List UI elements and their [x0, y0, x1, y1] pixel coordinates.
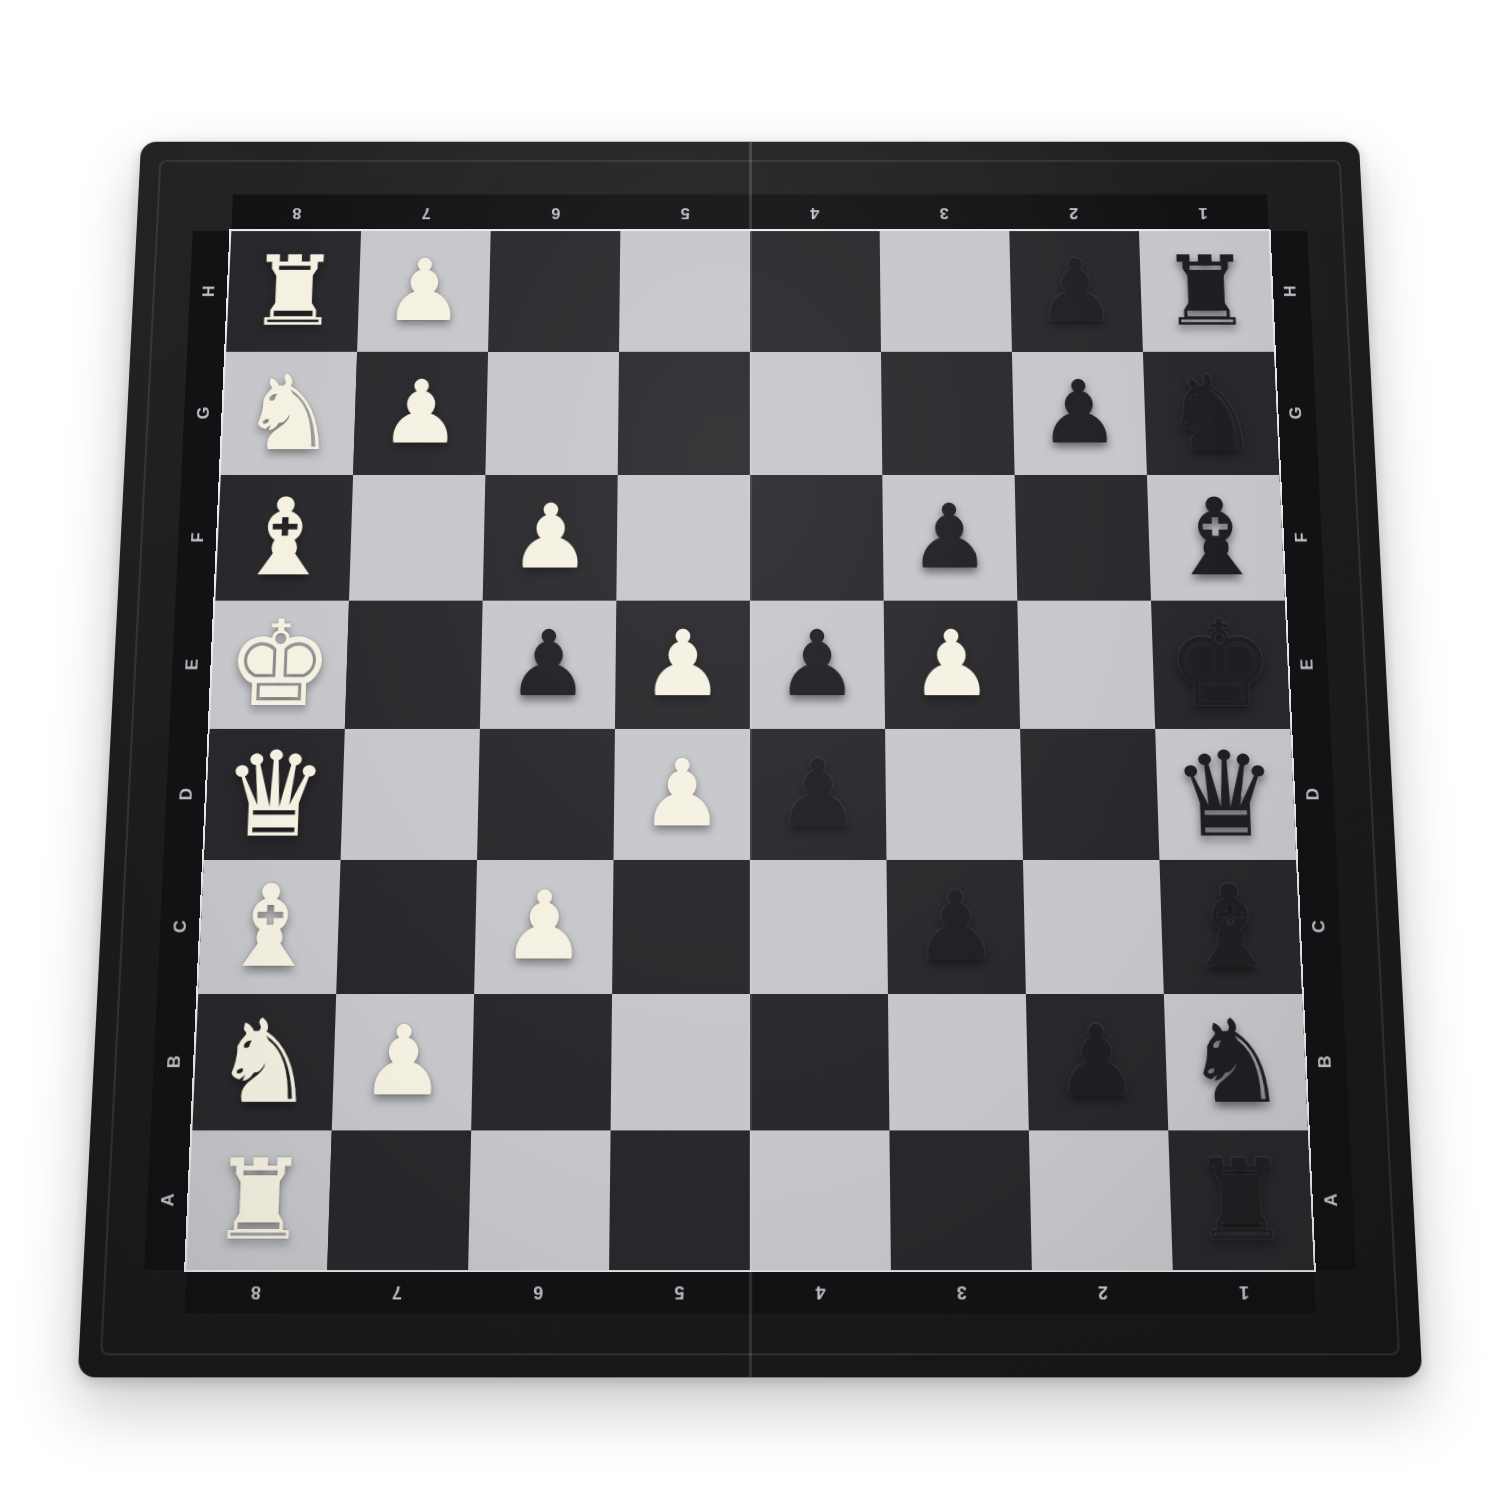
square-h7[interactable]: ♟	[357, 231, 491, 352]
square-a8[interactable]: ♜	[186, 1130, 331, 1270]
rank-labels-bottom: 87654321	[184, 1270, 1315, 1314]
square-e7[interactable]	[345, 601, 483, 729]
rank-label-top-8: 8	[231, 194, 362, 231]
piece-black-pawn-f3[interactable]: ♟	[882, 475, 1017, 601]
rank-label-top-2: 2	[1009, 194, 1139, 231]
square-a5[interactable]	[609, 1130, 750, 1270]
rank-label-bottom-4: 4	[750, 1270, 891, 1314]
square-c8[interactable]: ♝	[198, 860, 340, 994]
square-b7[interactable]: ♟	[332, 994, 474, 1131]
rank-label-top-3: 3	[879, 194, 1009, 231]
piece-white-pawn-h7[interactable]: ♟	[357, 231, 491, 352]
square-f3[interactable]: ♟	[882, 475, 1017, 601]
piece-black-bishop-c1[interactable]: ♝	[1159, 860, 1301, 994]
piece-black-king-e1[interactable]: ♚	[1151, 601, 1290, 729]
square-f4[interactable]	[750, 475, 884, 601]
piece-black-rook-h1[interactable]: ♜	[1139, 231, 1274, 352]
square-d2[interactable]	[1020, 729, 1159, 860]
rank-label-top-4: 4	[750, 194, 880, 231]
square-g5[interactable]	[618, 352, 750, 475]
square-h2[interactable]: ♟	[1009, 231, 1143, 352]
square-h6[interactable]	[488, 231, 620, 352]
piece-black-rook-a1[interactable]: ♜	[1168, 1130, 1313, 1270]
rank-label-top-5: 5	[620, 194, 750, 231]
piece-black-pawn-d4[interactable]: ♟	[750, 729, 886, 860]
product-photo-scene: 87654321 87654321 HGFEDCBA HGFEDCBA ♜♟♟♜…	[0, 0, 1500, 1500]
rank-label-top-7: 7	[361, 194, 491, 231]
square-d3[interactable]	[885, 729, 1023, 860]
square-a1[interactable]: ♜	[1168, 1130, 1313, 1270]
square-b3[interactable]	[888, 994, 1029, 1131]
piece-white-pawn-g7[interactable]: ♟	[353, 352, 488, 475]
square-c5[interactable]	[612, 860, 750, 994]
chess-board: 87654321 87654321 HGFEDCBA HGFEDCBA ♜♟♟♜…	[78, 142, 1423, 1378]
piece-black-pawn-g2[interactable]: ♟	[1012, 352, 1147, 475]
piece-white-pawn-e5[interactable]: ♟	[615, 601, 750, 729]
square-g4[interactable]	[750, 352, 882, 475]
piece-black-pawn-e6[interactable]: ♟	[480, 601, 616, 729]
square-h1[interactable]: ♜	[1139, 231, 1274, 352]
board-perspective-wrapper: 87654321 87654321 HGFEDCBA HGFEDCBA ♜♟♟♜…	[78, 142, 1423, 1378]
square-b8[interactable]: ♞	[192, 994, 336, 1131]
rank-label-bottom-5: 5	[609, 1270, 750, 1314]
square-f2[interactable]	[1015, 475, 1151, 601]
square-f7[interactable]	[349, 475, 485, 601]
square-e1[interactable]: ♚	[1151, 601, 1290, 729]
piece-white-rook-h8[interactable]: ♜	[226, 231, 361, 352]
piece-white-pawn-e3[interactable]: ♟	[884, 601, 1020, 729]
piece-white-bishop-f8[interactable]: ♝	[215, 475, 353, 601]
piece-black-bishop-f1[interactable]: ♝	[1147, 475, 1285, 601]
rank-label-bottom-1: 1	[1173, 1270, 1316, 1314]
rank-labels-top: 87654321	[231, 194, 1268, 231]
square-c1[interactable]: ♝	[1159, 860, 1301, 994]
square-g6[interactable]	[485, 352, 619, 475]
square-a7[interactable]	[327, 1130, 471, 1270]
square-f8[interactable]: ♝	[215, 475, 353, 601]
square-g1[interactable]: ♞	[1143, 352, 1279, 475]
piece-black-pawn-h2[interactable]: ♟	[1009, 231, 1143, 352]
square-c6[interactable]: ♟	[474, 860, 613, 994]
square-h5[interactable]	[619, 231, 750, 352]
square-a4[interactable]	[750, 1130, 891, 1270]
square-d1[interactable]: ♛	[1155, 729, 1296, 860]
rank-label-top-1: 1	[1138, 194, 1269, 231]
piece-white-pawn-b7[interactable]: ♟	[332, 994, 474, 1131]
square-a3[interactable]	[889, 1130, 1031, 1270]
piece-white-pawn-f6[interactable]: ♟	[483, 475, 618, 601]
square-g2[interactable]: ♟	[1012, 352, 1147, 475]
rank-label-bottom-2: 2	[1032, 1270, 1174, 1314]
piece-white-king-e8[interactable]: ♚	[210, 601, 349, 729]
piece-black-pawn-c3[interactable]: ♟	[886, 860, 1025, 994]
rank-label-bottom-8: 8	[184, 1270, 327, 1314]
piece-black-pawn-e4[interactable]: ♟	[750, 601, 885, 729]
square-b6[interactable]	[471, 994, 612, 1131]
square-e4[interactable]: ♟	[750, 601, 885, 729]
square-d5[interactable]: ♟	[614, 729, 750, 860]
rank-label-bottom-3: 3	[891, 1270, 1033, 1314]
rank-label-top-6: 6	[491, 194, 621, 231]
square-b1[interactable]: ♞	[1164, 994, 1308, 1131]
square-b5[interactable]	[611, 994, 750, 1131]
square-h4[interactable]	[750, 231, 881, 352]
square-d8[interactable]: ♛	[204, 729, 345, 860]
square-e3[interactable]: ♟	[884, 601, 1020, 729]
piece-white-pawn-c6[interactable]: ♟	[474, 860, 613, 994]
rank-label-bottom-6: 6	[467, 1270, 609, 1314]
piece-black-pawn-b2[interactable]: ♟	[1026, 994, 1168, 1131]
square-c3[interactable]: ♟	[886, 860, 1025, 994]
square-g8[interactable]: ♞	[221, 352, 357, 475]
square-b4[interactable]	[750, 994, 889, 1131]
piece-white-rook-a8[interactable]: ♜	[186, 1130, 331, 1270]
board-grid: ♜♟♟♜♞♟♟♞♝♟♟♝♚♟♟♟♟♚♛♟♟♛♝♟♟♝♞♟♟♞♜♜	[186, 231, 1313, 1270]
square-e5[interactable]: ♟	[615, 601, 750, 729]
piece-white-pawn-d5[interactable]: ♟	[614, 729, 750, 860]
square-h8[interactable]: ♜	[226, 231, 361, 352]
piece-black-queen-d1[interactable]: ♛	[1155, 729, 1296, 860]
square-f6[interactable]: ♟	[483, 475, 618, 601]
square-a6[interactable]	[468, 1130, 610, 1270]
square-e2[interactable]	[1017, 601, 1155, 729]
piece-white-bishop-c8[interactable]: ♝	[198, 860, 340, 994]
square-e8[interactable]: ♚	[210, 601, 349, 729]
rank-label-bottom-7: 7	[326, 1270, 468, 1314]
square-f1[interactable]: ♝	[1147, 475, 1285, 601]
piece-white-queen-d8[interactable]: ♛	[204, 729, 345, 860]
piece-black-knight-g1[interactable]: ♞	[1143, 352, 1279, 475]
square-d7[interactable]	[341, 729, 480, 860]
square-g7[interactable]: ♟	[353, 352, 488, 475]
square-d6[interactable]	[477, 729, 615, 860]
square-e6[interactable]: ♟	[480, 601, 616, 729]
square-g3[interactable]	[881, 352, 1015, 475]
piece-white-knight-b8[interactable]: ♞	[192, 994, 336, 1131]
square-h3[interactable]	[880, 231, 1012, 352]
square-c4[interactable]	[750, 860, 888, 994]
square-f5[interactable]	[616, 475, 750, 601]
square-c7[interactable]	[336, 860, 477, 994]
square-d4[interactable]: ♟	[750, 729, 886, 860]
piece-white-knight-g8[interactable]: ♞	[221, 352, 357, 475]
square-b2[interactable]: ♟	[1026, 994, 1168, 1131]
square-c2[interactable]	[1023, 860, 1164, 994]
square-a2[interactable]	[1029, 1130, 1173, 1270]
piece-black-knight-b1[interactable]: ♞	[1164, 994, 1308, 1131]
